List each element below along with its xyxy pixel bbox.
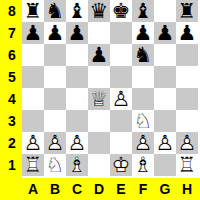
square-b4[interactable] (44, 88, 66, 110)
file-label-a: A (22, 178, 44, 200)
white-piece-outline-layer: ♙ (154, 132, 176, 154)
square-d2[interactable] (88, 132, 110, 154)
white-piece-outline-layer: ♙ (176, 132, 198, 154)
square-a5[interactable] (22, 66, 44, 88)
black-pawn-f7[interactable]: ♟ (132, 22, 154, 44)
rank-label-8: 8 (0, 0, 22, 22)
square-b1[interactable]: ♞♘ (44, 154, 66, 176)
label-corner (0, 178, 22, 200)
square-e4[interactable]: ♟♙ (110, 88, 132, 110)
square-c8[interactable]: ♝ (66, 0, 88, 22)
black-rook-h8[interactable]: ♜ (176, 0, 198, 22)
square-g6[interactable] (154, 44, 176, 66)
square-a8[interactable]: ♜ (22, 0, 44, 22)
white-piece-outline-layer: ♙ (132, 132, 154, 154)
white-piece-outline-layer: ♖ (22, 154, 44, 176)
white-piece-outline-layer: ♖ (176, 154, 198, 176)
square-b5[interactable] (44, 66, 66, 88)
rank-label-2: 2 (0, 132, 22, 154)
white-piece-outline-layer: ♗ (132, 154, 154, 176)
square-g8[interactable] (154, 0, 176, 22)
black-king-e8[interactable]: ♚ (110, 0, 132, 22)
white-pawn-a2[interactable]: ♟♙ (22, 132, 44, 154)
rank-label-5: 5 (0, 66, 22, 88)
square-h4[interactable] (176, 88, 198, 110)
square-c1[interactable]: ♝♗ (66, 154, 88, 176)
square-h6[interactable] (176, 44, 198, 66)
rank-label-3: 3 (0, 110, 22, 132)
white-rook-h1[interactable]: ♜♖ (176, 154, 198, 176)
white-pawn-b2[interactable]: ♟♙ (44, 132, 66, 154)
square-f7[interactable]: ♟ (132, 22, 154, 44)
white-piece-outline-layer: ♙ (66, 132, 88, 154)
rank-label-6: 6 (0, 44, 22, 66)
square-g2[interactable]: ♟♙ (154, 132, 176, 154)
square-g1[interactable] (154, 154, 176, 176)
square-c3[interactable] (66, 110, 88, 132)
square-f5[interactable] (132, 66, 154, 88)
white-knight-b1[interactable]: ♞♘ (44, 154, 66, 176)
white-king-e1[interactable]: ♚♔ (110, 154, 132, 176)
square-h2[interactable]: ♟♙ (176, 132, 198, 154)
square-a4[interactable] (22, 88, 44, 110)
white-piece-outline-layer: ♔ (110, 154, 132, 176)
white-bishop-c1[interactable]: ♝♗ (66, 154, 88, 176)
file-label-e: E (110, 178, 132, 200)
square-f4[interactable] (132, 88, 154, 110)
square-d5[interactable] (88, 66, 110, 88)
square-b6[interactable] (44, 44, 66, 66)
square-c4[interactable] (66, 88, 88, 110)
white-piece-outline-layer: ♙ (110, 88, 132, 110)
square-f6[interactable]: ♞ (132, 44, 154, 66)
white-pawn-f2[interactable]: ♟♙ (132, 132, 154, 154)
white-pawn-e4[interactable]: ♟♙ (110, 88, 132, 110)
black-queen-d8[interactable]: ♛ (88, 0, 110, 22)
white-piece-outline-layer: ♘ (132, 110, 154, 132)
square-a2[interactable]: ♟♙ (22, 132, 44, 154)
square-g5[interactable] (154, 66, 176, 88)
square-h7[interactable]: ♟ (176, 22, 198, 44)
white-piece-outline-layer: ♗ (66, 154, 88, 176)
white-bishop-f1[interactable]: ♝♗ (132, 154, 154, 176)
square-f1[interactable]: ♝♗ (132, 154, 154, 176)
file-label-b: B (44, 178, 66, 200)
square-c2[interactable]: ♟♙ (66, 132, 88, 154)
square-g4[interactable] (154, 88, 176, 110)
square-g7[interactable]: ♟ (154, 22, 176, 44)
file-label-d: D (88, 178, 110, 200)
white-piece-outline-layer: ♙ (44, 132, 66, 154)
square-c7[interactable]: ♟ (66, 22, 88, 44)
square-e7[interactable] (110, 22, 132, 44)
white-piece-outline-layer: ♙ (22, 132, 44, 154)
white-piece-outline-layer: ♘ (44, 154, 66, 176)
square-a6[interactable] (22, 44, 44, 66)
square-h1[interactable]: ♜♖ (176, 154, 198, 176)
square-d7[interactable] (88, 22, 110, 44)
square-d1[interactable] (88, 154, 110, 176)
rank-labels-column: 87654321 (0, 0, 22, 200)
square-e5[interactable] (110, 66, 132, 88)
square-h3[interactable] (176, 110, 198, 132)
white-knight-f3[interactable]: ♞♘ (132, 110, 154, 132)
square-h8[interactable]: ♜ (176, 0, 198, 22)
square-f2[interactable]: ♟♙ (132, 132, 154, 154)
chess-board: ♜♞♝♛♚♝♜♟♟♟♟♟♟♟♞♛♕♟♙♞♘♟♙♟♙♟♙♟♙♟♙♟♙♜♖♞♘♝♗♚… (22, 0, 198, 176)
square-d6[interactable]: ♟ (88, 44, 110, 66)
white-pawn-c2[interactable]: ♟♙ (66, 132, 88, 154)
square-f3[interactable]: ♞♘ (132, 110, 154, 132)
rank-label-1: 1 (0, 154, 22, 176)
square-e2[interactable] (110, 132, 132, 154)
black-pawn-c7[interactable]: ♟ (66, 22, 88, 44)
white-piece-outline-layer: ♕ (88, 88, 110, 110)
square-b3[interactable] (44, 110, 66, 132)
black-bishop-c8[interactable]: ♝ (66, 0, 88, 22)
square-e3[interactable] (110, 110, 132, 132)
square-b8[interactable]: ♞ (44, 0, 66, 22)
square-a1[interactable]: ♜♖ (22, 154, 44, 176)
black-pawn-a7[interactable]: ♟ (22, 22, 44, 44)
square-e8[interactable]: ♚ (110, 0, 132, 22)
square-d4[interactable]: ♛♕ (88, 88, 110, 110)
white-pawn-h2[interactable]: ♟♙ (176, 132, 198, 154)
file-label-f: F (132, 178, 154, 200)
square-a3[interactable] (22, 110, 44, 132)
black-knight-f6[interactable]: ♞ (132, 44, 154, 66)
label-strip-tail (198, 178, 200, 200)
black-knight-b8[interactable]: ♞ (44, 0, 66, 22)
black-rook-a8[interactable]: ♜ (22, 0, 44, 22)
file-label-h: H (176, 178, 198, 200)
square-b7[interactable]: ♟ (44, 22, 66, 44)
rank-label-4: 4 (0, 88, 22, 110)
square-b2[interactable]: ♟♙ (44, 132, 66, 154)
square-c5[interactable] (66, 66, 88, 88)
file-label-g: G (154, 178, 176, 200)
square-g3[interactable] (154, 110, 176, 132)
square-c6[interactable] (66, 44, 88, 66)
file-label-c: C (66, 178, 88, 200)
white-queen-d4[interactable]: ♛♕ (88, 88, 110, 110)
white-pawn-g2[interactable]: ♟♙ (154, 132, 176, 154)
square-a7[interactable]: ♟ (22, 22, 44, 44)
file-labels-strip: ABCDEFGH (0, 178, 200, 200)
square-f8[interactable]: ♝ (132, 0, 154, 22)
rank-label-7: 7 (0, 22, 22, 44)
black-bishop-f8[interactable]: ♝ (132, 0, 154, 22)
black-pawn-d6[interactable]: ♟ (88, 44, 110, 66)
black-pawn-g7[interactable]: ♟ (154, 22, 176, 44)
white-rook-a1[interactable]: ♜♖ (22, 154, 44, 176)
black-pawn-b7[interactable]: ♟ (44, 22, 66, 44)
square-e6[interactable] (110, 44, 132, 66)
black-pawn-h7[interactable]: ♟ (176, 22, 198, 44)
square-e1[interactable]: ♚♔ (110, 154, 132, 176)
square-d3[interactable] (88, 110, 110, 132)
square-h5[interactable] (176, 66, 198, 88)
square-d8[interactable]: ♛ (88, 0, 110, 22)
chess-diagram: 87654321 ♜♞♝♛♚♝♜♟♟♟♟♟♟♟♞♛♕♟♙♞♘♟♙♟♙♟♙♟♙♟♙… (0, 0, 200, 200)
